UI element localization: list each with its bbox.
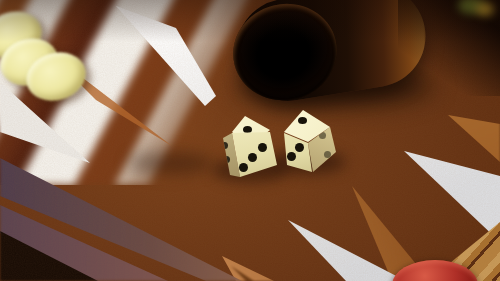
die-left[interactable]: [219, 109, 283, 181]
backgammon-photo-scene: [0, 0, 500, 281]
felt-shadow-smudge: [128, 152, 212, 174]
die-right[interactable]: [277, 104, 341, 176]
top-vignette: [0, 0, 500, 42]
